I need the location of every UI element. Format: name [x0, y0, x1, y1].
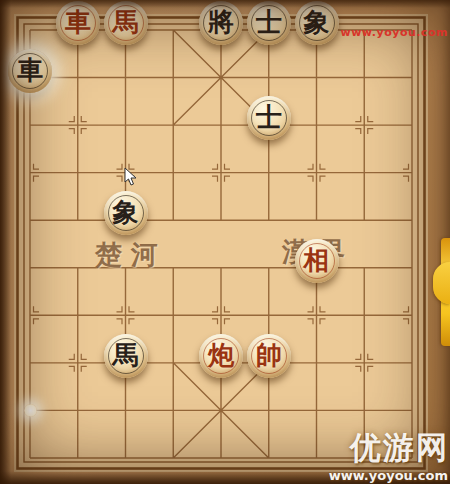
- watermark-site-url: www.yoyou.com: [329, 468, 448, 483]
- piece-black-elephant-2[interactable]: 象: [104, 191, 148, 235]
- piece-glyph: 象: [304, 9, 330, 35]
- piece-glyph: 士: [256, 104, 282, 130]
- piece-black-elephant[interactable]: 象: [295, 1, 339, 45]
- piece-glyph: 馬: [113, 9, 139, 35]
- piece-glyph: 車: [17, 57, 43, 83]
- piece-black-chariot[interactable]: 車: [8, 49, 52, 93]
- piece-glyph: 將: [208, 9, 234, 35]
- piece-glyph: 象: [113, 199, 139, 225]
- piece-black-horse[interactable]: 馬: [104, 334, 148, 378]
- xiangqi-board[interactable]: [0, 0, 450, 484]
- move-highlight-dot[interactable]: [24, 404, 37, 417]
- piece-red-chariot[interactable]: 車: [56, 1, 100, 45]
- piece-glyph: 相: [304, 247, 330, 273]
- piece-glyph: 炮: [208, 342, 234, 368]
- piece-glyph: 帥: [256, 342, 282, 368]
- piece-black-advisor[interactable]: 士: [247, 1, 291, 45]
- side-panel-tab-button[interactable]: [441, 238, 450, 346]
- piece-red-general[interactable]: 帥: [247, 334, 291, 378]
- piece-black-advisor-2[interactable]: 士: [247, 96, 291, 140]
- piece-glyph: 馬: [113, 342, 139, 368]
- river-label-chu-he: 楚河: [95, 237, 167, 273]
- piece-red-elephant[interactable]: 相: [295, 239, 339, 283]
- piece-glyph: 車: [65, 9, 91, 35]
- piece-black-general[interactable]: 將: [199, 1, 243, 45]
- watermark-site-name: 优游网: [350, 427, 449, 469]
- piece-red-horse[interactable]: 馬: [104, 1, 148, 45]
- xiangqi-game-screen: 楚河 漢界 車馬將士象車士象相馬炮帥 www.yoyou.com 优游网 www…: [0, 0, 450, 484]
- piece-red-cannon[interactable]: 炮: [199, 334, 243, 378]
- watermark-top-url: www.yoyou.com: [341, 26, 448, 39]
- piece-glyph: 士: [256, 9, 282, 35]
